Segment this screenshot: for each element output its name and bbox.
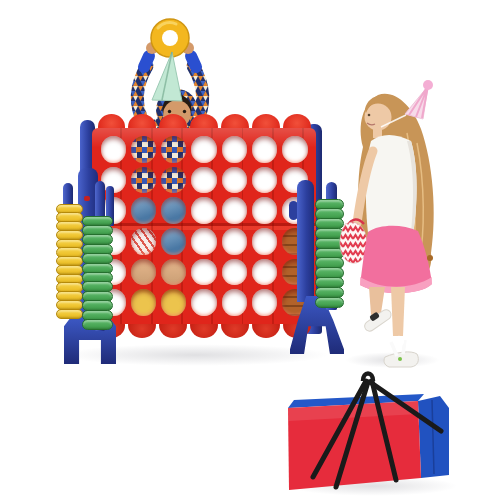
held-yellow-ring-icon	[151, 19, 189, 57]
hole-r4c6	[252, 228, 277, 255]
hole-r1c5	[222, 136, 247, 163]
hole-r4c3	[161, 228, 186, 255]
hole-r1c4	[191, 136, 216, 163]
product-photo-scene	[0, 0, 500, 500]
hole-r1c3	[161, 136, 186, 163]
green-ring	[82, 319, 113, 330]
hole-r2c3	[161, 167, 186, 194]
hole-r1c2	[131, 136, 156, 163]
hole-r6c2	[131, 289, 156, 316]
boy-right-eye	[183, 110, 186, 113]
boy-left-eye	[168, 110, 171, 113]
left-leg-latch	[84, 196, 90, 201]
hole-r4c2	[131, 228, 156, 255]
hole-r2c2	[131, 167, 156, 194]
hole-r3c5	[222, 197, 247, 224]
hole-r5c5	[222, 259, 247, 286]
hole-r3c6	[252, 197, 277, 224]
boy-right-cuff	[191, 56, 196, 67]
girl-figure	[333, 73, 455, 373]
boy-party-hat-icon	[152, 52, 182, 101]
girl-skirt-detail	[427, 255, 433, 261]
hole-r1c1	[101, 136, 126, 163]
hole-r6c5	[222, 289, 247, 316]
hole-r1c7	[282, 136, 307, 163]
hole-r6c4	[191, 289, 216, 316]
hole-r2c5	[222, 167, 247, 194]
hole-r5c6	[252, 259, 277, 286]
hole-r5c4	[191, 259, 216, 286]
boy-left-cuff	[144, 56, 149, 67]
carry-bag	[273, 358, 463, 498]
left-green-ring-stack	[82, 217, 113, 330]
yellow-ring	[56, 309, 83, 319]
hole-r2c6	[252, 167, 277, 194]
girl-front-leg	[391, 287, 405, 336]
hole-r6c6	[252, 289, 277, 316]
right-leg-upright	[297, 180, 314, 302]
hole-r3c2	[131, 197, 156, 224]
hole-r3c3	[161, 197, 186, 224]
girl-front-sandal	[384, 337, 418, 367]
yellow-ring-stack	[56, 205, 83, 319]
hole-r5c3	[161, 259, 186, 286]
hole-r2c4	[191, 167, 216, 194]
hole-r4c4	[191, 228, 216, 255]
hole-r6c3	[161, 289, 186, 316]
hole-r4c5	[222, 228, 247, 255]
hole-r1c6	[252, 136, 277, 163]
hole-r5c2	[131, 259, 156, 286]
hole-r3c4	[191, 197, 216, 224]
board-grid	[98, 134, 310, 318]
girl-eye	[368, 114, 371, 117]
